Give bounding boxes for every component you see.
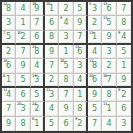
cell-digit: 9: [6, 120, 11, 128]
cell-r6c8[interactable]: 167: [102, 74, 116, 88]
cage-sum: 16: [103, 74, 107, 78]
cell-digit: 4: [34, 62, 39, 70]
cage-sum: 9: [118, 31, 120, 35]
cell-digit: 1: [6, 76, 11, 84]
cell-digit: 3: [6, 19, 11, 27]
cage-sum: 20: [89, 74, 93, 78]
cell-r1c2[interactable]: 4: [16, 2, 30, 16]
cell-r6c5[interactable]: 8: [59, 74, 73, 88]
cell-digit: 7: [92, 120, 97, 128]
cell-r9c1[interactable]: 9: [2, 117, 16, 131]
cage-sum: 24: [32, 102, 36, 106]
cell-r6c9[interactable]: 9: [117, 74, 131, 88]
cage-sum: 10: [17, 31, 21, 35]
cage-sum: 5: [89, 2, 91, 6]
cell-digit: 3: [63, 33, 68, 41]
cell-r5c9[interactable]: 1: [117, 59, 131, 73]
cell-digit: 9: [49, 48, 54, 56]
killer-sudoku-board: 1284169101255313673176849213587510268371…: [0, 0, 133, 133]
cage-sum: 13: [89, 31, 93, 35]
cell-r6c6[interactable]: 4: [74, 74, 88, 88]
cell-digit: 2: [121, 91, 126, 99]
cell-digit: 5: [92, 105, 97, 113]
cell-r3c8[interactable]: 9: [102, 31, 116, 45]
cell-digit: 9: [106, 33, 111, 41]
cell-r3c1[interactable]: 75: [2, 31, 16, 45]
cage-sum: 8: [118, 88, 120, 92]
cell-r1c3[interactable]: 169: [31, 2, 45, 16]
cage-sum: 24: [32, 45, 36, 49]
cell-r5c5[interactable]: 165: [59, 59, 73, 73]
cell-digit: 3: [121, 120, 126, 128]
cell-digit: 2: [6, 48, 11, 56]
cell-r8c7[interactable]: 5: [88, 102, 102, 116]
cell-digit: 7: [49, 62, 54, 70]
cell-digit: 4: [106, 120, 111, 128]
cell-r6c4[interactable]: 2: [45, 74, 59, 88]
cage-sum: 11: [103, 102, 107, 106]
cell-digit: 6: [49, 19, 54, 27]
cell-digit: 2: [20, 33, 25, 41]
cell-r1c8[interactable]: 136: [102, 2, 116, 16]
cell-r8c3[interactable]: 242: [31, 102, 45, 116]
cage-sum: 6: [32, 117, 34, 121]
cell-r5c4[interactable]: 7: [45, 59, 59, 73]
cell-digit: 4: [92, 48, 97, 56]
cell-digit: 1: [63, 48, 68, 56]
cell-digit: 5: [77, 5, 82, 13]
cell-digit: 7: [20, 48, 25, 56]
cell-digit: 1: [49, 5, 54, 13]
cage-sum: 20: [17, 102, 21, 106]
cell-digit: 9: [77, 19, 82, 27]
cell-r4c1[interactable]: 2: [2, 45, 16, 59]
cage-sum: 16: [32, 2, 36, 6]
cell-r8c5[interactable]: 9: [59, 102, 73, 116]
cell-digit: 7: [106, 76, 111, 84]
cell-digit: 7: [77, 33, 82, 41]
cell-r4c5[interactable]: 1: [59, 45, 73, 59]
cell-r4c7[interactable]: 4: [88, 45, 102, 59]
cell-r3c7[interactable]: 131: [88, 31, 102, 45]
cell-digit: 9: [20, 62, 25, 70]
cell-digit: 4: [49, 105, 54, 113]
cell-digit: 3: [20, 105, 25, 113]
cell-r7c5[interactable]: 7: [59, 88, 73, 102]
cage-sum: 11: [46, 88, 50, 92]
cell-digit: 4: [121, 33, 126, 41]
cage-sum: 14: [32, 74, 36, 78]
cell-digit: 3: [77, 62, 82, 70]
cell-r8c2[interactable]: 203: [16, 102, 30, 116]
cage-sum: 7: [3, 31, 5, 35]
cell-digit: 2: [106, 62, 111, 70]
cell-r7c9[interactable]: 82: [117, 88, 131, 102]
cage-sum: 11: [89, 59, 93, 63]
cell-r2c7[interactable]: 2: [88, 16, 102, 30]
cell-r4c2[interactable]: 7: [16, 45, 30, 59]
cell-r9c2[interactable]: 8: [16, 117, 30, 131]
cell-r9c3[interactable]: 61: [31, 117, 45, 131]
cell-r5c1[interactable]: 186: [2, 59, 16, 73]
cell-r9c5[interactable]: 6: [59, 117, 73, 131]
cell-r4c9[interactable]: 5: [117, 45, 131, 59]
cell-digit: 1: [121, 62, 126, 70]
cell-r5c3[interactable]: 4: [31, 59, 45, 73]
cell-digit: 6: [6, 62, 11, 70]
cell-digit: 3: [106, 48, 111, 56]
cell-r3c4[interactable]: 8: [45, 31, 59, 45]
cell-r6c1[interactable]: 61: [2, 74, 16, 88]
cell-r1c5[interactable]: 2: [59, 2, 73, 16]
cage-sum: 11: [3, 88, 7, 92]
cell-digit: 5: [106, 19, 111, 27]
cell-digit: 6: [106, 5, 111, 13]
cell-digit: 6: [20, 91, 25, 99]
cell-r2c9[interactable]: 8: [117, 16, 131, 30]
cell-r2c6[interactable]: 9: [74, 16, 88, 30]
cell-digit: 7: [121, 5, 126, 13]
cell-r4c6[interactable]: 136: [74, 45, 88, 59]
cell-r7c3[interactable]: 5: [31, 88, 45, 102]
cell-r3c5[interactable]: 3: [59, 31, 73, 45]
cell-r5c8[interactable]: 2: [102, 59, 116, 73]
cell-digit: 5: [49, 120, 54, 128]
cage-sum: 9: [75, 117, 77, 121]
cage-sum: 6: [3, 74, 5, 78]
cell-digit: 6: [77, 48, 82, 56]
cell-r4c3[interactable]: 248: [31, 45, 45, 59]
cell-r3c6[interactable]: 7: [74, 31, 88, 45]
cell-r2c8[interactable]: 135: [102, 16, 116, 30]
cage-sum: 8: [60, 16, 62, 20]
cage-sum: 13: [75, 45, 79, 49]
cell-digit: 9: [34, 5, 39, 13]
cell-digit: 8: [49, 33, 54, 41]
cell-digit: 3: [49, 91, 54, 99]
cell-r1c1[interactable]: 128: [2, 2, 16, 16]
cell-digit: 1: [77, 91, 82, 99]
cell-r1c9[interactable]: 7: [117, 2, 131, 16]
cell-r7c2[interactable]: 6: [16, 88, 30, 102]
cell-r4c4[interactable]: 9: [45, 45, 59, 59]
cell-r5c2[interactable]: 9: [16, 59, 30, 73]
cell-r1c6[interactable]: 5: [74, 2, 88, 16]
cell-r6c7[interactable]: 206: [88, 74, 102, 88]
cell-digit: 4: [63, 19, 68, 27]
cell-r1c7[interactable]: 53: [88, 2, 102, 16]
cell-r8c9[interactable]: 6: [117, 102, 131, 116]
cell-digit: 8: [77, 105, 82, 113]
cell-digit: 2: [92, 19, 97, 27]
cell-digit: 8: [92, 62, 97, 70]
cell-digit: 8: [20, 120, 25, 128]
cell-digit: 8: [106, 91, 111, 99]
cell-r8c4[interactable]: 4: [45, 102, 59, 116]
cell-r9c9[interactable]: 3: [117, 117, 131, 131]
cage-sum: 13: [103, 16, 107, 20]
cell-r8c8[interactable]: 111: [102, 102, 116, 116]
cell-digit: 8: [63, 76, 68, 84]
cell-digit: 5: [121, 48, 126, 56]
cell-digit: 8: [6, 5, 11, 13]
cell-digit: 8: [121, 19, 126, 27]
cell-digit: 4: [77, 76, 82, 84]
cell-digit: 9: [63, 105, 68, 113]
cell-digit: 7: [34, 19, 39, 27]
cell-digit: 2: [49, 76, 54, 84]
cell-digit: 5: [63, 62, 68, 70]
cell-r7c1[interactable]: 114: [2, 88, 16, 102]
cell-digit: 9: [92, 91, 97, 99]
cell-digit: 5: [6, 33, 11, 41]
cell-digit: 6: [121, 105, 126, 113]
cell-r3c9[interactable]: 94: [117, 31, 131, 45]
cage-sum: 12: [3, 2, 7, 6]
cage-sum: 10: [46, 2, 50, 6]
cell-r2c1[interactable]: 3: [2, 16, 16, 30]
cell-digit: 7: [63, 91, 68, 99]
cell-r7c8[interactable]: 8: [102, 88, 116, 102]
cell-digit: 1: [20, 19, 25, 27]
cell-r2c2[interactable]: 1: [16, 16, 30, 30]
cell-digit: 1: [106, 105, 111, 113]
cell-r5c7[interactable]: 118: [88, 59, 102, 73]
cell-digit: 4: [6, 91, 11, 99]
cell-r1c4[interactable]: 101: [45, 2, 59, 16]
cell-digit: 9: [121, 76, 126, 84]
cell-r9c4[interactable]: 5: [45, 117, 59, 131]
cell-r9c6[interactable]: 92: [74, 117, 88, 131]
cell-digit: 4: [20, 5, 25, 13]
cell-digit: 5: [20, 76, 25, 84]
cage-sum: 16: [60, 59, 64, 63]
cell-r5c6[interactable]: 3: [74, 59, 88, 73]
cell-r8c1[interactable]: 7: [2, 102, 16, 116]
cell-r3c3[interactable]: 6: [31, 31, 45, 45]
cell-r6c3[interactable]: 143: [31, 74, 45, 88]
cell-digit: 7: [6, 105, 11, 113]
cell-r2c5[interactable]: 84: [59, 16, 73, 30]
cell-digit: 1: [34, 120, 39, 128]
cell-r6c2[interactable]: 5: [16, 74, 30, 88]
cell-r2c3[interactable]: 7: [31, 16, 45, 30]
cage-sum: 18: [3, 59, 7, 63]
cell-digit: 5: [34, 91, 39, 99]
cell-r7c6[interactable]: 1: [74, 88, 88, 102]
cell-r9c8[interactable]: 4: [102, 117, 116, 131]
cell-digit: 3: [92, 5, 97, 13]
cage-sum: 13: [103, 2, 107, 6]
cell-digit: 2: [63, 5, 68, 13]
cell-r4c8[interactable]: 3: [102, 45, 116, 59]
cell-digit: 6: [63, 120, 68, 128]
cell-r8c6[interactable]: 8: [74, 102, 88, 116]
cell-digit: 8: [34, 48, 39, 56]
cell-r3c2[interactable]: 102: [16, 31, 30, 45]
cell-r9c7[interactable]: 7: [88, 117, 102, 131]
cell-r2c4[interactable]: 6: [45, 16, 59, 30]
cell-r7c7[interactable]: 9: [88, 88, 102, 102]
cell-digit: 6: [34, 33, 39, 41]
cell-digit: 2: [34, 105, 39, 113]
cell-digit: 2: [77, 120, 82, 128]
cell-r7c4[interactable]: 113: [45, 88, 59, 102]
